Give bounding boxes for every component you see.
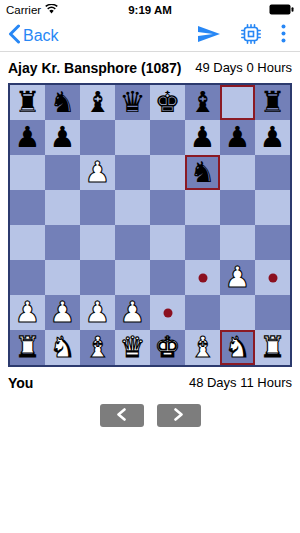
legal-move-dot[interactable] bbox=[163, 308, 172, 317]
nav-bar: Back bbox=[0, 20, 300, 52]
square-f7[interactable]: ♟ bbox=[185, 120, 220, 155]
send-icon[interactable] bbox=[197, 25, 221, 47]
square-d4[interactable] bbox=[115, 225, 150, 260]
black-rook: ♜ bbox=[15, 88, 41, 117]
status-bar: Carrier 9:19 AM bbox=[0, 0, 300, 20]
white-king: ♚ bbox=[155, 333, 181, 362]
square-f5[interactable] bbox=[185, 190, 220, 225]
square-b3[interactable] bbox=[45, 260, 80, 295]
app-screen: Carrier 9:19 AM Back bbox=[0, 0, 300, 533]
square-c2[interactable]: ♟ bbox=[80, 295, 115, 330]
square-b5[interactable] bbox=[45, 190, 80, 225]
square-a1[interactable]: ♜ bbox=[10, 330, 45, 365]
status-time: 9:19 AM bbox=[0, 4, 300, 16]
square-c5[interactable] bbox=[80, 190, 115, 225]
player-name: You bbox=[8, 375, 33, 391]
white-pawn: ♟ bbox=[50, 298, 76, 327]
square-c4[interactable] bbox=[80, 225, 115, 260]
square-g4[interactable] bbox=[220, 225, 255, 260]
white-pawn: ♟ bbox=[85, 298, 111, 327]
back-chevron-icon bbox=[8, 24, 20, 48]
white-bishop: ♝ bbox=[85, 333, 111, 362]
square-b8[interactable]: ♞ bbox=[45, 85, 80, 120]
next-move-button[interactable] bbox=[157, 404, 201, 427]
black-knight: ♞ bbox=[190, 158, 216, 187]
black-bishop: ♝ bbox=[190, 88, 216, 117]
back-button[interactable]: Back bbox=[8, 24, 59, 48]
white-rook: ♜ bbox=[15, 333, 41, 362]
square-c3[interactable] bbox=[80, 260, 115, 295]
square-c8[interactable]: ♝ bbox=[80, 85, 115, 120]
square-b1[interactable]: ♞ bbox=[45, 330, 80, 365]
black-pawn: ♟ bbox=[190, 123, 216, 152]
player-row: You 48 Days 11 Hours bbox=[0, 367, 300, 398]
square-g7[interactable]: ♟ bbox=[220, 120, 255, 155]
square-e4[interactable] bbox=[150, 225, 185, 260]
square-c7[interactable] bbox=[80, 120, 115, 155]
square-h7[interactable]: ♟ bbox=[255, 120, 290, 155]
square-h4[interactable] bbox=[255, 225, 290, 260]
square-a3[interactable] bbox=[10, 260, 45, 295]
square-g2[interactable] bbox=[220, 295, 255, 330]
square-d1[interactable]: ♛ bbox=[115, 330, 150, 365]
square-a8[interactable]: ♜ bbox=[10, 85, 45, 120]
square-f6[interactable]: ♞ bbox=[185, 155, 220, 190]
legal-move-dot[interactable] bbox=[268, 273, 277, 282]
square-g3[interactable]: ♟ bbox=[220, 260, 255, 295]
square-h6[interactable] bbox=[255, 155, 290, 190]
square-d6[interactable] bbox=[115, 155, 150, 190]
square-b6[interactable] bbox=[45, 155, 80, 190]
square-f1[interactable]: ♝ bbox=[185, 330, 220, 365]
back-label: Back bbox=[23, 27, 59, 45]
white-knight: ♞ bbox=[225, 333, 251, 362]
square-f2[interactable] bbox=[185, 295, 220, 330]
square-a5[interactable] bbox=[10, 190, 45, 225]
black-pawn: ♟ bbox=[225, 123, 251, 152]
chevron-right-icon bbox=[173, 408, 184, 424]
square-a6[interactable] bbox=[10, 155, 45, 190]
square-b2[interactable]: ♟ bbox=[45, 295, 80, 330]
square-h3[interactable] bbox=[255, 260, 290, 295]
square-e7[interactable] bbox=[150, 120, 185, 155]
square-e6[interactable] bbox=[150, 155, 185, 190]
black-pawn: ♟ bbox=[260, 123, 286, 152]
chess-board: ♜♞♝♛♚♝♜♟♟♟♟♟♟♞♟♟♟♟♟♜♞♝♛♚♝♞♜ bbox=[8, 83, 292, 367]
opponent-clock: 49 Days 0 Hours bbox=[195, 60, 292, 75]
opponent-row: Ajay Kr. Bansphore (1087) 49 Days 0 Hour… bbox=[0, 52, 300, 83]
black-knight: ♞ bbox=[50, 88, 76, 117]
square-e5[interactable] bbox=[150, 190, 185, 225]
square-h1[interactable]: ♜ bbox=[255, 330, 290, 365]
square-b7[interactable]: ♟ bbox=[45, 120, 80, 155]
square-f4[interactable] bbox=[185, 225, 220, 260]
square-g5[interactable] bbox=[220, 190, 255, 225]
black-queen: ♛ bbox=[120, 88, 146, 117]
square-d3[interactable] bbox=[115, 260, 150, 295]
square-d8[interactable]: ♛ bbox=[115, 85, 150, 120]
square-f3[interactable] bbox=[185, 260, 220, 295]
chevron-left-icon bbox=[116, 408, 127, 424]
square-e8[interactable]: ♚ bbox=[150, 85, 185, 120]
more-options-icon[interactable] bbox=[281, 24, 286, 47]
square-a4[interactable] bbox=[10, 225, 45, 260]
white-knight: ♞ bbox=[50, 333, 76, 362]
square-d5[interactable] bbox=[115, 190, 150, 225]
black-pawn: ♟ bbox=[15, 123, 41, 152]
white-bishop: ♝ bbox=[190, 333, 216, 362]
square-g1[interactable]: ♞ bbox=[220, 330, 255, 365]
black-king: ♚ bbox=[155, 88, 181, 117]
white-pawn: ♟ bbox=[15, 298, 41, 327]
square-g6[interactable] bbox=[220, 155, 255, 190]
square-e2[interactable] bbox=[150, 295, 185, 330]
black-rook: ♜ bbox=[260, 88, 286, 117]
legal-move-dot[interactable] bbox=[198, 273, 207, 282]
square-h8[interactable]: ♜ bbox=[255, 85, 290, 120]
engine-icon[interactable] bbox=[241, 24, 261, 48]
square-b4[interactable] bbox=[45, 225, 80, 260]
white-pawn: ♟ bbox=[85, 158, 111, 187]
square-d2[interactable]: ♟ bbox=[115, 295, 150, 330]
white-rook: ♜ bbox=[260, 333, 286, 362]
square-c1[interactable]: ♝ bbox=[80, 330, 115, 365]
square-f8[interactable]: ♝ bbox=[185, 85, 220, 120]
move-navigation bbox=[0, 404, 300, 427]
white-pawn: ♟ bbox=[120, 298, 146, 327]
white-pawn: ♟ bbox=[225, 263, 251, 292]
player-clock: 48 Days 11 Hours bbox=[189, 375, 292, 390]
square-c6[interactable]: ♟ bbox=[80, 155, 115, 190]
black-pawn: ♟ bbox=[50, 123, 76, 152]
square-a2[interactable]: ♟ bbox=[10, 295, 45, 330]
white-queen: ♛ bbox=[120, 333, 146, 362]
black-bishop: ♝ bbox=[85, 88, 111, 117]
square-g8[interactable] bbox=[220, 85, 255, 120]
square-e1[interactable]: ♚ bbox=[150, 330, 185, 365]
square-a7[interactable]: ♟ bbox=[10, 120, 45, 155]
square-e3[interactable] bbox=[150, 260, 185, 295]
square-d7[interactable] bbox=[115, 120, 150, 155]
square-h5[interactable] bbox=[255, 190, 290, 225]
previous-move-button[interactable] bbox=[100, 404, 144, 427]
opponent-name: Ajay Kr. Bansphore (1087) bbox=[8, 60, 182, 76]
square-h2[interactable] bbox=[255, 295, 290, 330]
